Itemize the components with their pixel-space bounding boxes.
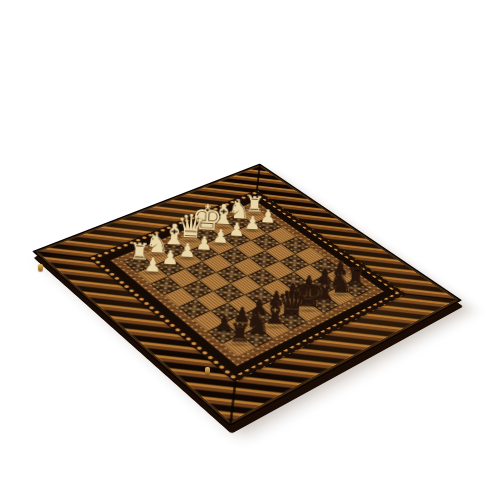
brass-hinge-pin [38,264,43,271]
brass-hinge-pin [205,367,210,374]
black-rook: ♜ [215,320,263,347]
pieces-layer: ♜♞♝♛♚♝♞♜♟♟♟♟♟♟♟♟♟♟♟♟♟♟♟♟♜♞♝♛♚♝♞♜ [32,164,462,427]
product-photo: ♜♞♝♛♚♝♞♜♟♟♟♟♟♟♟♟♟♟♟♟♟♟♟♟♜♞♝♛♚♝♞♜ [0,0,500,500]
perspective-scene: ♜♞♝♛♚♝♞♜♟♟♟♟♟♟♟♟♟♟♟♟♟♟♟♟♜♞♝♛♚♝♞♜ [0,0,500,500]
white-pawn: ♟ [130,254,175,275]
chess-backgammon-board: ♜♞♝♛♚♝♞♜♟♟♟♟♟♟♟♟♟♟♟♟♟♟♟♟♜♞♝♛♚♝♞♜ [32,164,462,427]
board-stage: ♜♞♝♛♚♝♞♜♟♟♟♟♟♟♟♟♟♟♟♟♟♟♟♟♜♞♝♛♚♝♞♜ [0,0,500,500]
